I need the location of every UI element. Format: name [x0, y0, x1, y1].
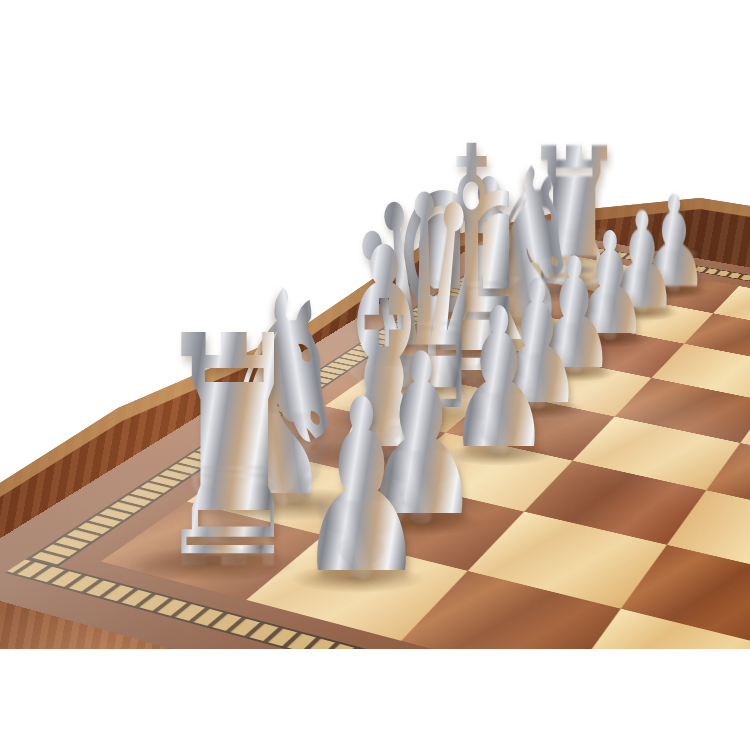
chess-piece-silver-rook-a1: ♜♜ — [150, 338, 274, 566]
rook-reflection: ♜ — [150, 460, 274, 566]
pawn-reflection: ♟ — [295, 496, 419, 580]
pieces-layer: ♜♜♞♞♝♝♛♛♚♚♝♝♞♞♜♜♟♟♟♟♟♟♟♟♟♟♟♟♟♟♟♟ — [0, 0, 750, 750]
chess-piece-silver-pawn-a2: ♟♟ — [295, 400, 419, 580]
chess-set-photo: ♜♜♞♞♝♝♛♛♚♚♝♝♞♞♜♜♟♟♟♟♟♟♟♟♟♟♟♟♟♟♟♟ — [0, 0, 750, 750]
white-photo-matte — [0, 649, 750, 750]
